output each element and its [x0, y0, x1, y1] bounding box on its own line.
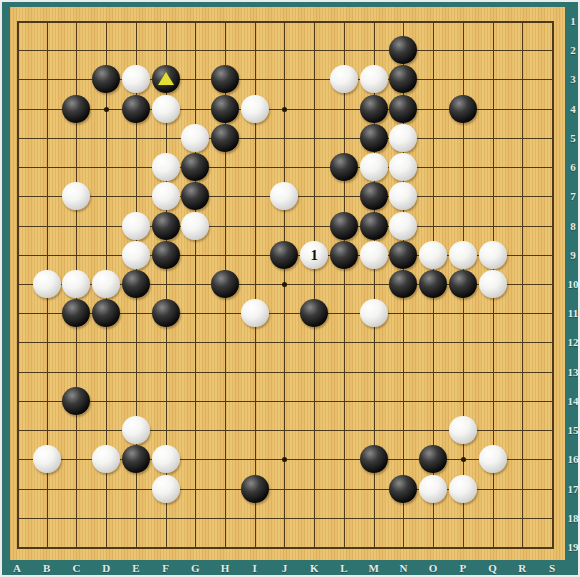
black-stone	[360, 445, 388, 473]
board-grid-line	[17, 342, 554, 343]
white-stone	[360, 65, 388, 93]
black-stone	[122, 95, 150, 123]
column-label: L	[336, 562, 352, 574]
white-stone	[62, 270, 90, 298]
black-stone	[92, 65, 120, 93]
column-label: R	[514, 562, 530, 574]
white-stone	[33, 445, 61, 473]
column-label: F	[158, 562, 174, 574]
black-stone	[152, 299, 180, 327]
column-label: H	[217, 562, 233, 574]
board-grid-line	[17, 372, 554, 373]
star-point	[461, 457, 466, 462]
white-stone	[152, 445, 180, 473]
white-stone	[152, 153, 180, 181]
star-point	[282, 282, 287, 287]
column-label: B	[39, 562, 55, 574]
row-label: 16	[565, 453, 580, 465]
white-stone	[181, 212, 209, 240]
white-stone	[122, 212, 150, 240]
row-label: 9	[565, 249, 580, 261]
column-label: C	[68, 562, 84, 574]
board-grid-line	[17, 518, 554, 519]
black-stone	[360, 124, 388, 152]
black-stone	[62, 387, 90, 415]
black-stone	[389, 36, 417, 64]
row-label: 6	[565, 161, 580, 173]
row-label: 11	[565, 307, 580, 319]
star-point	[282, 107, 287, 112]
white-stone	[270, 182, 298, 210]
row-label: 2	[565, 44, 580, 56]
white-stone	[152, 182, 180, 210]
row-label: 17	[565, 483, 580, 495]
white-stone	[92, 270, 120, 298]
row-label: 12	[565, 336, 580, 348]
column-label: A	[9, 562, 25, 574]
black-stone	[389, 475, 417, 503]
black-stone	[122, 270, 150, 298]
column-label: D	[98, 562, 114, 574]
white-stone	[479, 241, 507, 269]
column-label: N	[395, 562, 411, 574]
column-label: O	[425, 562, 441, 574]
white-stone	[152, 95, 180, 123]
column-label: Q	[485, 562, 501, 574]
black-stone	[360, 95, 388, 123]
row-label: 15	[565, 424, 580, 436]
board-grid-line	[314, 21, 315, 549]
go-board[interactable]: 1	[10, 7, 565, 560]
black-stone	[241, 475, 269, 503]
white-stone	[449, 241, 477, 269]
black-stone	[152, 212, 180, 240]
board-grid-line	[17, 21, 554, 23]
go-app-window: 1 ABCDEFGHIJKLMNOPQRS1234567891011121314…	[0, 0, 580, 577]
white-stone	[122, 241, 150, 269]
black-stone	[389, 65, 417, 93]
black-stone	[211, 124, 239, 152]
move-number-label: 1	[300, 241, 328, 269]
black-stone	[330, 153, 358, 181]
board-grid-line	[17, 50, 554, 51]
white-stone	[122, 416, 150, 444]
black-stone	[389, 95, 417, 123]
white-stone	[389, 124, 417, 152]
black-stone	[122, 445, 150, 473]
row-label: 3	[565, 73, 580, 85]
column-label: M	[366, 562, 382, 574]
black-stone	[300, 299, 328, 327]
black-stone	[360, 212, 388, 240]
black-stone	[181, 182, 209, 210]
black-stone	[330, 241, 358, 269]
black-stone	[62, 95, 90, 123]
white-stone	[419, 475, 447, 503]
row-label: 13	[565, 366, 580, 378]
black-stone	[92, 299, 120, 327]
row-label: 7	[565, 190, 580, 202]
board-grid-line	[552, 21, 554, 549]
white-stone	[241, 95, 269, 123]
board-grid-line	[17, 21, 19, 549]
white-stone	[449, 416, 477, 444]
board-grid-line	[17, 226, 554, 227]
white-stone	[122, 65, 150, 93]
row-label: 19	[565, 541, 580, 553]
white-stone	[92, 445, 120, 473]
black-stone	[449, 270, 477, 298]
white-stone	[479, 270, 507, 298]
black-stone	[270, 241, 298, 269]
row-label: 14	[565, 395, 580, 407]
black-stone	[211, 65, 239, 93]
white-stone	[33, 270, 61, 298]
star-point	[282, 457, 287, 462]
white-stone	[360, 153, 388, 181]
white-stone	[62, 182, 90, 210]
row-label: 10	[565, 278, 580, 290]
black-stone	[152, 241, 180, 269]
board-grid-line	[17, 547, 554, 549]
white-stone	[152, 475, 180, 503]
star-point	[104, 107, 109, 112]
white-stone	[241, 299, 269, 327]
row-label: 5	[565, 132, 580, 144]
board-grid-line	[195, 21, 196, 549]
board-grid-line	[522, 21, 523, 549]
white-stone	[330, 65, 358, 93]
column-label: P	[455, 562, 471, 574]
black-stone	[419, 445, 447, 473]
black-stone	[211, 95, 239, 123]
column-label: J	[276, 562, 292, 574]
column-label: K	[306, 562, 322, 574]
black-stone	[211, 270, 239, 298]
row-label: 1	[565, 15, 580, 27]
triangle-marker	[158, 72, 174, 85]
black-stone	[62, 299, 90, 327]
white-stone	[479, 445, 507, 473]
row-label: 8	[565, 220, 580, 232]
row-label: 18	[565, 512, 580, 524]
board-grid-line	[17, 138, 554, 139]
white-stone	[360, 241, 388, 269]
board-grid-line	[344, 21, 345, 549]
white-stone	[360, 299, 388, 327]
white-stone	[389, 212, 417, 240]
column-label: E	[128, 562, 144, 574]
black-stone	[360, 182, 388, 210]
white-stone	[449, 475, 477, 503]
black-stone	[449, 95, 477, 123]
black-stone	[330, 212, 358, 240]
black-stone	[389, 241, 417, 269]
row-label: 4	[565, 103, 580, 115]
white-stone	[419, 241, 447, 269]
board-grid-line	[17, 401, 554, 402]
black-stone	[419, 270, 447, 298]
white-stone	[389, 153, 417, 181]
column-label: G	[187, 562, 203, 574]
column-label: S	[544, 562, 560, 574]
board-grid-line	[17, 167, 554, 168]
black-stone	[181, 153, 209, 181]
black-stone	[389, 270, 417, 298]
white-stone	[181, 124, 209, 152]
white-stone	[389, 182, 417, 210]
column-label: I	[247, 562, 263, 574]
